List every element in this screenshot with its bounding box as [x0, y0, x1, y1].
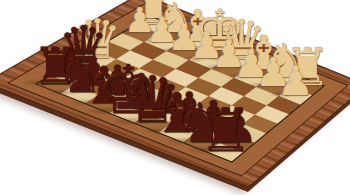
piece-white-queen-d1: ♛ — [217, 13, 266, 68]
piece-shadow — [133, 109, 169, 116]
piece-shadow — [120, 19, 157, 26]
piece-white-rook-h1: ♜ — [134, 0, 173, 31]
piece-shadow — [16, 78, 60, 87]
piece-shadow — [164, 37, 201, 44]
piece-shadow — [86, 90, 120, 97]
piece-white-rook-a1: ♜ — [284, 42, 330, 94]
piece-black-pawn-g7: ♟ — [76, 52, 111, 92]
piece-white-pawn-e2: ♟ — [190, 28, 223, 65]
piece-black-rook-h8: ♜ — [32, 40, 78, 91]
piece-shadow — [159, 136, 206, 145]
piece-black-bishop-c8: ♝ — [152, 86, 201, 141]
piece-black-bishop-f8: ♝ — [81, 60, 127, 111]
piece-shadow — [178, 55, 209, 61]
chess-set-product-photo: ♜♟♞♟♝♚♟♛♛♟♛♝♟♟♞♟♜♟♜♟♞♟♟♝♟♚♟♛♟♝♟♞♟♜ — [0, 0, 350, 195]
piece-shadow — [103, 115, 158, 126]
piece-shadow — [199, 53, 246, 62]
piece-shadow — [77, 105, 134, 116]
piece-shadow — [144, 28, 179, 35]
piece-white-pawn-f2: ♟ — [168, 20, 200, 56]
piece-black-pawn-f7: ♟ — [99, 60, 135, 100]
piece-white-pawn-a2: ♟ — [277, 61, 313, 102]
piece-shadow — [40, 60, 88, 70]
piece-shadow — [243, 82, 277, 89]
piece-black-queen-d8: ♛ — [124, 68, 182, 132]
piece-shadow — [42, 88, 84, 96]
piece-shadow — [156, 118, 193, 125]
piece-shadow — [113, 29, 142, 35]
piece-black-pawn-c7: ♟ — [170, 87, 209, 130]
piece-shadow — [40, 71, 73, 78]
piece-shadow — [249, 72, 289, 80]
piece-black-pawn-b7: ♟ — [193, 95, 233, 139]
piece-white-pawn-c2: ♟ — [234, 45, 269, 84]
piece-shadow — [109, 100, 144, 107]
piece-black-king-e8: ♚ — [98, 56, 158, 123]
piece-shadow — [221, 73, 254, 80]
piece-black-knight-b8: ♞ — [177, 96, 226, 151]
piece-white-bishop-c1: ♝ — [242, 28, 284, 75]
piece-shadow — [156, 47, 187, 53]
piece-white-pawn-g2: ♟ — [146, 12, 178, 47]
piece-black-pawn-a7: ♟ — [217, 104, 257, 149]
piece-shadow — [200, 64, 232, 70]
piece-white-king-e1: ♚ — [194, 2, 245, 59]
piece-white-pawn-d2: ♟ — [212, 36, 246, 74]
piece-shadow — [134, 126, 181, 135]
piece-white-knight-b1: ♞ — [264, 37, 306, 84]
piece-black-knight-g8: ♞ — [58, 52, 102, 101]
piece-white-pawn-h2: ♟ — [124, 4, 155, 38]
piece-black-pawn-e7: ♟ — [123, 69, 160, 110]
piece-white-pawn-b2: ♟ — [256, 53, 292, 93]
piece-shadow — [179, 145, 230, 155]
piece-shadow — [202, 137, 240, 145]
piece-shadow — [176, 44, 224, 54]
piece-white-bishop-f1: ♝ — [178, 5, 217, 49]
piece-shadow — [55, 52, 102, 61]
piece-shadow — [179, 128, 217, 136]
piece-shadow — [63, 81, 97, 88]
piece-black-pawn-d7: ♟ — [146, 78, 184, 120]
piece-shadow — [64, 98, 108, 107]
piece-white-queen-extra-h5: ♛ — [73, 12, 122, 67]
pieces-layer: ♜♟♞♟♝♚♟♛♛♟♛♝♟♟♞♟♜♟♜♟♞♟♟♝♟♚♟♛♟♝♟♞♟♜ — [0, 0, 350, 195]
piece-white-knight-g1: ♞ — [157, 0, 194, 39]
piece-black-queen-extra-h6: ♛ — [58, 19, 108, 75]
piece-shadow — [267, 80, 311, 89]
piece-shadow — [135, 38, 165, 44]
piece-black-pawn-h7: ♟ — [52, 43, 87, 82]
piece-shadow — [227, 63, 267, 71]
piece-black-rook-a8: ♜ — [199, 101, 253, 161]
piece-shadow — [264, 91, 298, 98]
